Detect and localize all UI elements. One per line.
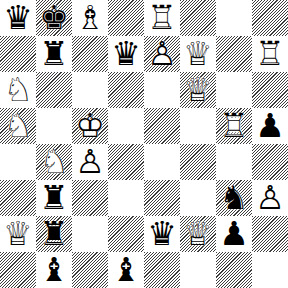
white-knight[interactable]: ♞♘ — [0, 72, 36, 108]
square-d4[interactable] — [108, 144, 144, 180]
piece-glyph: ♕ — [180, 216, 216, 252]
black-rook[interactable]: ♜♜ — [36, 36, 72, 72]
piece-glyph: ♗ — [72, 0, 108, 36]
piece-glyph: ♘ — [0, 108, 36, 144]
square-c4[interactable]: ♟♙ — [72, 144, 108, 180]
square-e8[interactable]: ♜♖ — [144, 0, 180, 36]
square-d6[interactable] — [108, 72, 144, 108]
square-a2[interactable]: ♛♕ — [0, 216, 36, 252]
white-queen[interactable]: ♛♕ — [180, 72, 216, 108]
black-queen[interactable]: ♛♛ — [0, 0, 36, 36]
piece-glyph: ♛ — [144, 216, 180, 252]
square-h5[interactable]: ♟♟ — [252, 108, 288, 144]
piece-glyph: ♝ — [36, 252, 72, 288]
square-a3[interactable] — [0, 180, 36, 216]
piece-glyph: ♕ — [180, 72, 216, 108]
square-d1[interactable]: ♝♝ — [108, 252, 144, 288]
square-g4[interactable] — [216, 144, 252, 180]
square-c3[interactable] — [72, 180, 108, 216]
square-a4[interactable] — [0, 144, 36, 180]
square-g6[interactable] — [216, 72, 252, 108]
square-g1[interactable] — [216, 252, 252, 288]
square-a6[interactable]: ♞♘ — [0, 72, 36, 108]
square-a1[interactable] — [0, 252, 36, 288]
square-f1[interactable] — [180, 252, 216, 288]
square-d5[interactable] — [108, 108, 144, 144]
square-b6[interactable] — [36, 72, 72, 108]
piece-glyph: ♛ — [0, 0, 36, 36]
square-h6[interactable] — [252, 72, 288, 108]
piece-glyph: ♜ — [36, 216, 72, 252]
black-queen[interactable]: ♛♛ — [144, 216, 180, 252]
square-e3[interactable] — [144, 180, 180, 216]
square-d3[interactable] — [108, 180, 144, 216]
square-d8[interactable] — [108, 0, 144, 36]
square-g5[interactable]: ♜♖ — [216, 108, 252, 144]
square-h2[interactable] — [252, 216, 288, 252]
piece-glyph: ♘ — [0, 72, 36, 108]
square-h3[interactable]: ♟♙ — [252, 180, 288, 216]
square-b3[interactable]: ♜♜ — [36, 180, 72, 216]
square-c8[interactable]: ♝♗ — [72, 0, 108, 36]
piece-glyph: ♕ — [0, 216, 36, 252]
square-g7[interactable] — [216, 36, 252, 72]
square-b2[interactable]: ♜♜ — [36, 216, 72, 252]
square-c1[interactable] — [72, 252, 108, 288]
square-f4[interactable] — [180, 144, 216, 180]
square-e2[interactable]: ♛♛ — [144, 216, 180, 252]
piece-glyph: ♙ — [72, 144, 108, 180]
white-king[interactable]: ♚♔ — [72, 108, 108, 144]
white-rook[interactable]: ♜♖ — [252, 36, 288, 72]
black-bishop[interactable]: ♝♝ — [36, 252, 72, 288]
white-queen[interactable]: ♛♕ — [180, 36, 216, 72]
piece-glyph: ♕ — [180, 36, 216, 72]
square-e5[interactable] — [144, 108, 180, 144]
square-a5[interactable]: ♞♘ — [0, 108, 36, 144]
square-d2[interactable] — [108, 216, 144, 252]
black-rook[interactable]: ♜♜ — [36, 180, 72, 216]
square-h1[interactable] — [252, 252, 288, 288]
piece-glyph: ♖ — [144, 0, 180, 36]
piece-glyph: ♚ — [36, 0, 72, 36]
piece-glyph: ♜ — [36, 180, 72, 216]
square-b1[interactable]: ♝♝ — [36, 252, 72, 288]
square-a7[interactable] — [0, 36, 36, 72]
square-f8[interactable] — [180, 0, 216, 36]
white-bishop[interactable]: ♝♗ — [72, 0, 108, 36]
square-e6[interactable] — [144, 72, 180, 108]
square-b4[interactable]: ♞♘ — [36, 144, 72, 180]
white-queen[interactable]: ♛♕ — [180, 216, 216, 252]
white-pawn[interactable]: ♟♙ — [72, 144, 108, 180]
square-b8[interactable]: ♚♚ — [36, 0, 72, 36]
square-c7[interactable] — [72, 36, 108, 72]
piece-glyph: ♙ — [144, 36, 180, 72]
piece-glyph: ♔ — [72, 108, 108, 144]
square-g3[interactable]: ♞♞ — [216, 180, 252, 216]
black-king[interactable]: ♚♚ — [36, 0, 72, 36]
square-f5[interactable] — [180, 108, 216, 144]
piece-glyph: ♝ — [108, 252, 144, 288]
white-queen[interactable]: ♛♕ — [0, 216, 36, 252]
piece-glyph: ♖ — [216, 108, 252, 144]
white-rook[interactable]: ♜♖ — [144, 0, 180, 36]
black-queen[interactable]: ♛♛ — [108, 36, 144, 72]
square-f3[interactable] — [180, 180, 216, 216]
square-h8[interactable] — [252, 0, 288, 36]
square-h4[interactable] — [252, 144, 288, 180]
square-b7[interactable]: ♜♜ — [36, 36, 72, 72]
square-d7[interactable]: ♛♛ — [108, 36, 144, 72]
white-knight[interactable]: ♞♘ — [0, 108, 36, 144]
white-pawn[interactable]: ♟♙ — [252, 180, 288, 216]
square-f6[interactable]: ♛♕ — [180, 72, 216, 108]
square-c5[interactable]: ♚♔ — [72, 108, 108, 144]
piece-glyph: ♛ — [108, 36, 144, 72]
black-pawn[interactable]: ♟♟ — [216, 216, 252, 252]
piece-glyph: ♖ — [252, 36, 288, 72]
white-knight[interactable]: ♞♘ — [36, 144, 72, 180]
piece-glyph: ♘ — [36, 144, 72, 180]
white-pawn[interactable]: ♟♙ — [144, 36, 180, 72]
piece-glyph: ♞ — [216, 180, 252, 216]
piece-glyph: ♟ — [216, 216, 252, 252]
square-g2[interactable]: ♟♟ — [216, 216, 252, 252]
square-c2[interactable] — [72, 216, 108, 252]
square-f2[interactable]: ♛♕ — [180, 216, 216, 252]
square-e7[interactable]: ♟♙ — [144, 36, 180, 72]
square-g8[interactable] — [216, 0, 252, 36]
square-f7[interactable]: ♛♕ — [180, 36, 216, 72]
white-rook[interactable]: ♜♖ — [216, 108, 252, 144]
piece-glyph: ♜ — [36, 36, 72, 72]
piece-glyph: ♙ — [252, 180, 288, 216]
square-e1[interactable] — [144, 252, 180, 288]
square-b5[interactable] — [36, 108, 72, 144]
black-knight[interactable]: ♞♞ — [216, 180, 252, 216]
square-e4[interactable] — [144, 144, 180, 180]
square-h7[interactable]: ♜♖ — [252, 36, 288, 72]
black-rook[interactable]: ♜♜ — [36, 216, 72, 252]
square-c6[interactable] — [72, 72, 108, 108]
black-pawn[interactable]: ♟♟ — [252, 108, 288, 144]
black-bishop[interactable]: ♝♝ — [108, 252, 144, 288]
piece-glyph: ♟ — [252, 108, 288, 144]
chess-board: ♛♛♚♚♝♗♜♖♜♜♛♛♟♙♛♕♜♖♞♘♛♕♞♘♚♔♜♖♟♟♞♘♟♙♜♜♞♞♟♙… — [0, 0, 288, 288]
square-a8[interactable]: ♛♛ — [0, 0, 36, 36]
